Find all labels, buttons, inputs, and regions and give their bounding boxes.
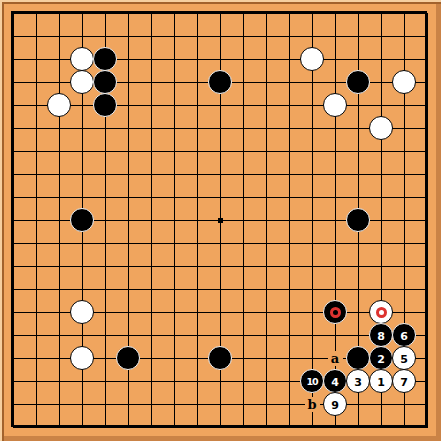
white-stone: 1 xyxy=(369,369,393,393)
move-number: 4 xyxy=(331,376,339,387)
white-stone xyxy=(369,300,393,324)
white-stone: 9 xyxy=(323,392,347,416)
black-stone xyxy=(346,346,370,370)
go-board: 86251043179ab xyxy=(0,0,441,441)
black-stone xyxy=(346,208,370,232)
white-stone xyxy=(323,93,347,117)
black-stone: 6 xyxy=(392,323,416,347)
black-stone: 4 xyxy=(323,369,347,393)
black-stone xyxy=(208,346,232,370)
white-stone xyxy=(70,346,94,370)
move-number: 7 xyxy=(400,376,408,387)
move-number: 2 xyxy=(377,353,385,364)
white-stone xyxy=(47,93,71,117)
black-stone xyxy=(93,70,117,94)
move-number: 6 xyxy=(400,330,408,341)
black-stone xyxy=(93,93,117,117)
circle-mark-icon xyxy=(376,307,387,318)
white-stone xyxy=(369,116,393,140)
star-point xyxy=(218,218,223,223)
circle-mark-icon xyxy=(330,307,341,318)
white-stone xyxy=(300,47,324,71)
white-stone xyxy=(70,300,94,324)
black-stone xyxy=(116,346,140,370)
black-stone xyxy=(93,47,117,71)
point-label-b: b xyxy=(305,397,320,412)
move-number: 5 xyxy=(400,353,408,364)
white-stone: 5 xyxy=(392,346,416,370)
black-stone xyxy=(323,300,347,324)
white-stone: 3 xyxy=(346,369,370,393)
black-stone: 2 xyxy=(369,346,393,370)
move-number: 10 xyxy=(306,377,317,387)
move-number: 9 xyxy=(331,399,339,410)
move-number: 8 xyxy=(377,330,385,341)
black-stone xyxy=(70,208,94,232)
point-label-a: a xyxy=(328,351,343,366)
black-stone: 10 xyxy=(300,369,324,393)
move-number: 1 xyxy=(377,376,385,387)
white-stone xyxy=(392,70,416,94)
black-stone xyxy=(346,70,370,94)
move-number: 3 xyxy=(354,376,362,387)
black-stone: 8 xyxy=(369,323,393,347)
white-stone xyxy=(70,70,94,94)
grid-lines: 86251043179ab xyxy=(2,2,439,439)
white-stone: 7 xyxy=(392,369,416,393)
black-stone xyxy=(208,70,232,94)
white-stone xyxy=(70,47,94,71)
